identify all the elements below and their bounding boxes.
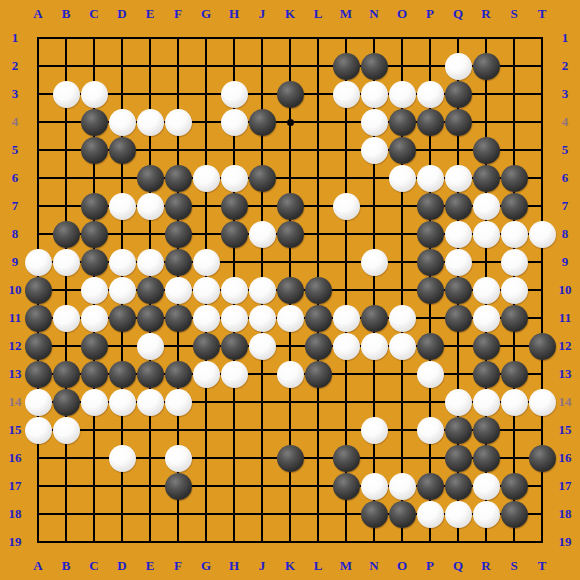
stone-B8[interactable]	[53, 221, 80, 248]
stone-L12[interactable]	[305, 333, 332, 360]
stone-D5[interactable]	[109, 137, 136, 164]
stone-N18[interactable]	[361, 501, 388, 528]
stone-R17[interactable]	[473, 473, 500, 500]
col-label-top-O: O	[390, 6, 414, 22]
col-label-bottom-Q: Q	[446, 558, 470, 574]
col-label-bottom-A: A	[26, 558, 50, 574]
col-label-top-D: D	[110, 6, 134, 22]
stone-M16[interactable]	[333, 445, 360, 472]
stone-C12[interactable]	[81, 333, 108, 360]
stone-H4[interactable]	[221, 109, 248, 136]
stone-T12[interactable]	[529, 333, 556, 360]
row-label-left-18: 18	[3, 506, 27, 522]
stone-O18[interactable]	[389, 501, 416, 528]
stone-R10[interactable]	[473, 277, 500, 304]
stone-J12[interactable]	[249, 333, 276, 360]
col-label-top-N: N	[362, 6, 386, 22]
stone-P12[interactable]	[417, 333, 444, 360]
stone-H7[interactable]	[221, 193, 248, 220]
stone-G9[interactable]	[193, 249, 220, 276]
stone-J8[interactable]	[249, 221, 276, 248]
col-label-top-S: S	[502, 6, 526, 22]
stone-Q15[interactable]	[445, 417, 472, 444]
stone-B9[interactable]	[53, 249, 80, 276]
row-label-right-19: 19	[553, 534, 577, 550]
row-label-left-1: 1	[3, 30, 27, 46]
stone-Q8[interactable]	[445, 221, 472, 248]
stone-F11[interactable]	[165, 305, 192, 332]
stone-C3[interactable]	[81, 81, 108, 108]
row-label-left-4: 4	[3, 114, 27, 130]
stone-B11[interactable]	[53, 305, 80, 332]
stone-S14[interactable]	[501, 389, 528, 416]
stone-E14[interactable]	[137, 389, 164, 416]
stone-Q2[interactable]	[445, 53, 472, 80]
col-label-top-F: F	[166, 6, 190, 22]
stone-P3[interactable]	[417, 81, 444, 108]
stone-S17[interactable]	[501, 473, 528, 500]
stone-D16[interactable]	[109, 445, 136, 472]
stone-E9[interactable]	[137, 249, 164, 276]
stone-R12[interactable]	[473, 333, 500, 360]
stone-N3[interactable]	[361, 81, 388, 108]
row-label-right-4: 4	[553, 114, 577, 130]
col-label-top-K: K	[278, 6, 302, 22]
stone-P18[interactable]	[417, 501, 444, 528]
row-label-right-1: 1	[553, 30, 577, 46]
stone-T16[interactable]	[529, 445, 556, 472]
col-label-bottom-N: N	[362, 558, 386, 574]
row-label-left-16: 16	[3, 450, 27, 466]
row-label-left-10: 10	[3, 282, 27, 298]
stone-M7[interactable]	[333, 193, 360, 220]
stone-H6[interactable]	[221, 165, 248, 192]
stone-O17[interactable]	[389, 473, 416, 500]
row-label-right-3: 3	[553, 86, 577, 102]
stone-Q7[interactable]	[445, 193, 472, 220]
stone-D7[interactable]	[109, 193, 136, 220]
row-label-left-15: 15	[3, 422, 27, 438]
stone-R11[interactable]	[473, 305, 500, 332]
row-label-left-6: 6	[3, 170, 27, 186]
row-label-left-7: 7	[3, 198, 27, 214]
stone-H3[interactable]	[221, 81, 248, 108]
stone-F14[interactable]	[165, 389, 192, 416]
stone-R14[interactable]	[473, 389, 500, 416]
go-board[interactable]: AABBCCDDEEFFGGHHJJKKLLMMNNOOPPQQRRSSTT11…	[0, 0, 580, 580]
stone-G13[interactable]	[193, 361, 220, 388]
stone-N4[interactable]	[361, 109, 388, 136]
stone-S13[interactable]	[501, 361, 528, 388]
stone-O11[interactable]	[389, 305, 416, 332]
stone-P7[interactable]	[417, 193, 444, 220]
stone-M17[interactable]	[333, 473, 360, 500]
stone-C14[interactable]	[81, 389, 108, 416]
stone-E4[interactable]	[137, 109, 164, 136]
col-label-bottom-F: F	[166, 558, 190, 574]
stone-G10[interactable]	[193, 277, 220, 304]
stone-S8[interactable]	[501, 221, 528, 248]
stone-Q14[interactable]	[445, 389, 472, 416]
stone-R5[interactable]	[473, 137, 500, 164]
stone-K3[interactable]	[277, 81, 304, 108]
stone-P15[interactable]	[417, 417, 444, 444]
stone-J4[interactable]	[249, 109, 276, 136]
row-label-left-2: 2	[3, 58, 27, 74]
stone-O12[interactable]	[389, 333, 416, 360]
stone-O5[interactable]	[389, 137, 416, 164]
stone-N2[interactable]	[361, 53, 388, 80]
row-label-right-14: 14	[553, 394, 577, 410]
row-label-right-8: 8	[553, 226, 577, 242]
col-label-top-C: C	[82, 6, 106, 22]
stone-Q10[interactable]	[445, 277, 472, 304]
stone-H11[interactable]	[221, 305, 248, 332]
row-label-right-10: 10	[553, 282, 577, 298]
col-label-bottom-P: P	[418, 558, 442, 574]
row-label-right-17: 17	[553, 478, 577, 494]
col-label-bottom-J: J	[250, 558, 274, 574]
col-label-top-M: M	[334, 6, 358, 22]
stone-R18[interactable]	[473, 501, 500, 528]
stone-F16[interactable]	[165, 445, 192, 472]
stone-P6[interactable]	[417, 165, 444, 192]
stone-F10[interactable]	[165, 277, 192, 304]
stone-D9[interactable]	[109, 249, 136, 276]
stone-M3[interactable]	[333, 81, 360, 108]
row-label-right-18: 18	[553, 506, 577, 522]
row-label-right-13: 13	[553, 366, 577, 382]
row-label-left-11: 11	[3, 310, 27, 326]
row-label-left-8: 8	[3, 226, 27, 242]
stone-N15[interactable]	[361, 417, 388, 444]
stone-C11[interactable]	[81, 305, 108, 332]
stone-N11[interactable]	[361, 305, 388, 332]
stone-D4[interactable]	[109, 109, 136, 136]
stone-Q17[interactable]	[445, 473, 472, 500]
col-label-top-P: P	[418, 6, 442, 22]
stone-A9[interactable]	[25, 249, 52, 276]
stone-O4[interactable]	[389, 109, 416, 136]
col-label-top-B: B	[54, 6, 78, 22]
stone-Q6[interactable]	[445, 165, 472, 192]
col-label-top-J: J	[250, 6, 274, 22]
stone-D10[interactable]	[109, 277, 136, 304]
stone-J10[interactable]	[249, 277, 276, 304]
stone-H13[interactable]	[221, 361, 248, 388]
stone-S11[interactable]	[501, 305, 528, 332]
row-label-left-17: 17	[3, 478, 27, 494]
stone-E7[interactable]	[137, 193, 164, 220]
col-label-top-R: R	[474, 6, 498, 22]
stone-B15[interactable]	[53, 417, 80, 444]
grid-line	[37, 541, 543, 543]
stone-K10[interactable]	[277, 277, 304, 304]
col-label-top-Q: Q	[446, 6, 470, 22]
stone-G12[interactable]	[193, 333, 220, 360]
col-label-top-H: H	[222, 6, 246, 22]
stone-C10[interactable]	[81, 277, 108, 304]
stone-S10[interactable]	[501, 277, 528, 304]
stone-S9[interactable]	[501, 249, 528, 276]
star-point	[287, 119, 294, 126]
stone-A14[interactable]	[25, 389, 52, 416]
col-label-top-T: T	[530, 6, 554, 22]
stone-G11[interactable]	[193, 305, 220, 332]
stone-K8[interactable]	[277, 221, 304, 248]
col-label-bottom-M: M	[334, 558, 358, 574]
stone-T14[interactable]	[529, 389, 556, 416]
stone-S7[interactable]	[501, 193, 528, 220]
stone-P10[interactable]	[417, 277, 444, 304]
stone-Q16[interactable]	[445, 445, 472, 472]
stone-Q3[interactable]	[445, 81, 472, 108]
stone-J6[interactable]	[249, 165, 276, 192]
stone-O3[interactable]	[389, 81, 416, 108]
col-label-bottom-B: B	[54, 558, 78, 574]
stone-E11[interactable]	[137, 305, 164, 332]
stone-B13[interactable]	[53, 361, 80, 388]
col-label-bottom-K: K	[278, 558, 302, 574]
stone-B14[interactable]	[53, 389, 80, 416]
stone-L10[interactable]	[305, 277, 332, 304]
row-label-right-15: 15	[553, 422, 577, 438]
stone-C4[interactable]	[81, 109, 108, 136]
row-label-left-5: 5	[3, 142, 27, 158]
row-label-left-12: 12	[3, 338, 27, 354]
stone-J11[interactable]	[249, 305, 276, 332]
stone-N12[interactable]	[361, 333, 388, 360]
stone-E13[interactable]	[137, 361, 164, 388]
row-label-right-6: 6	[553, 170, 577, 186]
stone-F8[interactable]	[165, 221, 192, 248]
col-label-bottom-L: L	[306, 558, 330, 574]
stone-C8[interactable]	[81, 221, 108, 248]
col-label-bottom-T: T	[530, 558, 554, 574]
stone-Q4[interactable]	[445, 109, 472, 136]
stone-S18[interactable]	[501, 501, 528, 528]
stone-R7[interactable]	[473, 193, 500, 220]
stone-L13[interactable]	[305, 361, 332, 388]
stone-F7[interactable]	[165, 193, 192, 220]
stone-M11[interactable]	[333, 305, 360, 332]
stone-E10[interactable]	[137, 277, 164, 304]
col-label-bottom-C: C	[82, 558, 106, 574]
stone-D13[interactable]	[109, 361, 136, 388]
stone-R15[interactable]	[473, 417, 500, 444]
row-label-right-16: 16	[553, 450, 577, 466]
row-label-left-9: 9	[3, 254, 27, 270]
stone-P17[interactable]	[417, 473, 444, 500]
stone-H8[interactable]	[221, 221, 248, 248]
stone-R13[interactable]	[473, 361, 500, 388]
stone-K11[interactable]	[277, 305, 304, 332]
stone-H12[interactable]	[221, 333, 248, 360]
stone-K13[interactable]	[277, 361, 304, 388]
stone-Q9[interactable]	[445, 249, 472, 276]
row-label-right-7: 7	[553, 198, 577, 214]
col-label-top-E: E	[138, 6, 162, 22]
stone-B3[interactable]	[53, 81, 80, 108]
stone-K7[interactable]	[277, 193, 304, 220]
col-label-bottom-E: E	[138, 558, 162, 574]
row-label-right-2: 2	[553, 58, 577, 74]
stone-H10[interactable]	[221, 277, 248, 304]
stone-O6[interactable]	[389, 165, 416, 192]
stone-R16[interactable]	[473, 445, 500, 472]
stone-A11[interactable]	[25, 305, 52, 332]
stone-A13[interactable]	[25, 361, 52, 388]
col-label-bottom-D: D	[110, 558, 134, 574]
row-label-right-12: 12	[553, 338, 577, 354]
stone-S6[interactable]	[501, 165, 528, 192]
stone-G6[interactable]	[193, 165, 220, 192]
row-label-left-13: 13	[3, 366, 27, 382]
stone-T8[interactable]	[529, 221, 556, 248]
col-label-bottom-S: S	[502, 558, 526, 574]
grid-line	[37, 345, 543, 347]
stone-N5[interactable]	[361, 137, 388, 164]
stone-A10[interactable]	[25, 277, 52, 304]
col-label-top-A: A	[26, 6, 50, 22]
stone-L11[interactable]	[305, 305, 332, 332]
stone-D14[interactable]	[109, 389, 136, 416]
stone-Q11[interactable]	[445, 305, 472, 332]
stone-Q18[interactable]	[445, 501, 472, 528]
stone-F4[interactable]	[165, 109, 192, 136]
stone-F6[interactable]	[165, 165, 192, 192]
row-label-left-19: 19	[3, 534, 27, 550]
stone-D11[interactable]	[109, 305, 136, 332]
stone-P13[interactable]	[417, 361, 444, 388]
stone-A15[interactable]	[25, 417, 52, 444]
stone-F17[interactable]	[165, 473, 192, 500]
col-label-top-L: L	[306, 6, 330, 22]
row-label-right-11: 11	[553, 310, 577, 326]
stone-E6[interactable]	[137, 165, 164, 192]
row-label-left-3: 3	[3, 86, 27, 102]
stone-C5[interactable]	[81, 137, 108, 164]
stone-M12[interactable]	[333, 333, 360, 360]
stone-N17[interactable]	[361, 473, 388, 500]
row-label-left-14: 14	[3, 394, 27, 410]
stone-R6[interactable]	[473, 165, 500, 192]
stone-C7[interactable]	[81, 193, 108, 220]
col-label-bottom-G: G	[194, 558, 218, 574]
stone-F9[interactable]	[165, 249, 192, 276]
row-label-right-9: 9	[553, 254, 577, 270]
stone-E12[interactable]	[137, 333, 164, 360]
row-label-right-5: 5	[553, 142, 577, 158]
stone-F13[interactable]	[165, 361, 192, 388]
stone-C9[interactable]	[81, 249, 108, 276]
stone-P4[interactable]	[417, 109, 444, 136]
stone-A12[interactable]	[25, 333, 52, 360]
stone-R2[interactable]	[473, 53, 500, 80]
stone-P9[interactable]	[417, 249, 444, 276]
stone-R8[interactable]	[473, 221, 500, 248]
stone-N9[interactable]	[361, 249, 388, 276]
stone-P8[interactable]	[417, 221, 444, 248]
stone-C13[interactable]	[81, 361, 108, 388]
stone-K16[interactable]	[277, 445, 304, 472]
col-label-top-G: G	[194, 6, 218, 22]
stone-M2[interactable]	[333, 53, 360, 80]
col-label-bottom-O: O	[390, 558, 414, 574]
col-label-bottom-R: R	[474, 558, 498, 574]
col-label-bottom-H: H	[222, 558, 246, 574]
